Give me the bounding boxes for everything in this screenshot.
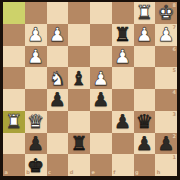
square-f1[interactable]: f bbox=[112, 154, 134, 176]
square-e4[interactable]: ♟ bbox=[90, 89, 112, 111]
square-b8[interactable] bbox=[25, 2, 47, 24]
square-f8[interactable] bbox=[112, 2, 134, 24]
square-g8[interactable]: ♜ bbox=[134, 2, 156, 24]
piece-white-pawn[interactable]: ♟ bbox=[114, 47, 131, 66]
square-e8[interactable] bbox=[90, 2, 112, 24]
square-g6[interactable] bbox=[134, 46, 156, 68]
square-e2[interactable] bbox=[90, 133, 112, 155]
square-f5[interactable] bbox=[112, 67, 134, 89]
square-h7[interactable]: ♟7 bbox=[155, 24, 177, 46]
square-a8[interactable] bbox=[3, 2, 25, 24]
coord-file-g: g bbox=[135, 170, 139, 175]
square-a4[interactable] bbox=[3, 89, 25, 111]
board-frame: ♜♚8♟♟♜♟♟7♟♟6♞♝♟5♟♟4♜♛♟♛3♟♜♟♟2a♚bcdefg1h bbox=[0, 0, 180, 180]
square-h3[interactable]: 3 bbox=[155, 111, 177, 133]
square-f4[interactable] bbox=[112, 89, 134, 111]
square-b2[interactable]: ♟ bbox=[25, 133, 47, 155]
square-c8[interactable] bbox=[47, 2, 69, 24]
square-f7[interactable]: ♜ bbox=[112, 24, 134, 46]
square-f2[interactable] bbox=[112, 133, 134, 155]
square-c6[interactable] bbox=[47, 46, 69, 68]
square-d3[interactable] bbox=[68, 111, 90, 133]
square-a6[interactable] bbox=[3, 46, 25, 68]
square-g3[interactable]: ♛ bbox=[134, 111, 156, 133]
square-h1[interactable]: 1h bbox=[155, 154, 177, 176]
square-e7[interactable] bbox=[90, 24, 112, 46]
piece-black-pawn[interactable]: ♟ bbox=[49, 90, 66, 109]
coord-rank-8: 8 bbox=[173, 3, 176, 8]
coord-file-c: c bbox=[48, 170, 51, 175]
piece-white-pawn[interactable]: ♟ bbox=[92, 69, 109, 88]
piece-black-pawn[interactable]: ♟ bbox=[27, 134, 44, 153]
square-g7[interactable]: ♟ bbox=[134, 24, 156, 46]
coord-file-d: d bbox=[70, 170, 74, 175]
square-g4[interactable] bbox=[134, 89, 156, 111]
piece-black-rook[interactable]: ♜ bbox=[71, 134, 88, 153]
square-a1[interactable]: a bbox=[3, 154, 25, 176]
square-e1[interactable]: e bbox=[90, 154, 112, 176]
square-d8[interactable] bbox=[68, 2, 90, 24]
coord-file-e: e bbox=[92, 170, 95, 175]
square-g5[interactable] bbox=[134, 67, 156, 89]
square-d6[interactable] bbox=[68, 46, 90, 68]
piece-white-queen[interactable]: ♛ bbox=[27, 112, 44, 131]
square-a3[interactable]: ♜ bbox=[3, 111, 25, 133]
piece-black-pawn[interactable]: ♟ bbox=[136, 134, 153, 153]
square-e5[interactable]: ♟ bbox=[90, 67, 112, 89]
coord-file-f: f bbox=[113, 170, 115, 175]
square-a5[interactable] bbox=[3, 67, 25, 89]
square-g1[interactable]: g bbox=[134, 154, 156, 176]
square-b6[interactable]: ♟ bbox=[25, 46, 47, 68]
coord-rank-6: 6 bbox=[173, 47, 176, 52]
square-h4[interactable]: 4 bbox=[155, 89, 177, 111]
piece-white-pawn[interactable]: ♟ bbox=[136, 25, 153, 44]
square-c3[interactable] bbox=[47, 111, 69, 133]
square-c5[interactable]: ♞ bbox=[47, 67, 69, 89]
piece-black-queen[interactable]: ♛ bbox=[136, 112, 153, 131]
square-b3[interactable]: ♛ bbox=[25, 111, 47, 133]
coord-rank-3: 3 bbox=[173, 112, 176, 117]
coord-rank-4: 4 bbox=[173, 90, 176, 95]
piece-white-pawn[interactable]: ♟ bbox=[27, 25, 44, 44]
coord-rank-5: 5 bbox=[173, 68, 176, 73]
square-a7[interactable] bbox=[3, 24, 25, 46]
square-d1[interactable]: d bbox=[68, 154, 90, 176]
piece-black-pawn[interactable]: ♟ bbox=[92, 90, 109, 109]
square-c2[interactable] bbox=[47, 133, 69, 155]
piece-white-rook[interactable]: ♜ bbox=[5, 112, 22, 131]
piece-white-knight[interactable]: ♞ bbox=[49, 69, 66, 88]
coord-file-b: b bbox=[26, 170, 30, 175]
square-c4[interactable]: ♟ bbox=[47, 89, 69, 111]
square-b7[interactable]: ♟ bbox=[25, 24, 47, 46]
square-g2[interactable]: ♟ bbox=[134, 133, 156, 155]
square-d5[interactable]: ♝ bbox=[68, 67, 90, 89]
coord-rank-7: 7 bbox=[173, 25, 176, 30]
piece-black-bishop[interactable]: ♝ bbox=[71, 69, 88, 88]
square-c7[interactable]: ♟ bbox=[47, 24, 69, 46]
coord-rank-2: 2 bbox=[173, 134, 176, 139]
square-b1[interactable]: ♚b bbox=[25, 154, 47, 176]
square-h2[interactable]: ♟2 bbox=[155, 133, 177, 155]
piece-white-pawn[interactable]: ♟ bbox=[49, 25, 66, 44]
square-d4[interactable] bbox=[68, 89, 90, 111]
square-h5[interactable]: 5 bbox=[155, 67, 177, 89]
square-c1[interactable]: c bbox=[47, 154, 69, 176]
square-f3[interactable]: ♟ bbox=[112, 111, 134, 133]
square-d2[interactable]: ♜ bbox=[68, 133, 90, 155]
square-h8[interactable]: ♚8 bbox=[155, 2, 177, 24]
piece-white-rook[interactable]: ♜ bbox=[136, 3, 153, 22]
square-h6[interactable]: 6 bbox=[155, 46, 177, 68]
chess-board: ♜♚8♟♟♜♟♟7♟♟6♞♝♟5♟♟4♜♛♟♛3♟♜♟♟2a♚bcdefg1h bbox=[3, 2, 177, 176]
piece-black-pawn[interactable]: ♟ bbox=[114, 112, 131, 131]
square-e6[interactable] bbox=[90, 46, 112, 68]
square-b4[interactable] bbox=[25, 89, 47, 111]
coord-rank-1: 1 bbox=[173, 155, 176, 160]
square-d7[interactable] bbox=[68, 24, 90, 46]
square-b5[interactable] bbox=[25, 67, 47, 89]
piece-black-rook[interactable]: ♜ bbox=[114, 25, 131, 44]
square-a2[interactable] bbox=[3, 133, 25, 155]
square-e3[interactable] bbox=[90, 111, 112, 133]
coord-file-a: a bbox=[5, 170, 8, 175]
piece-white-pawn[interactable]: ♟ bbox=[27, 47, 44, 66]
square-f6[interactable]: ♟ bbox=[112, 46, 134, 68]
coord-file-h: h bbox=[157, 170, 161, 175]
